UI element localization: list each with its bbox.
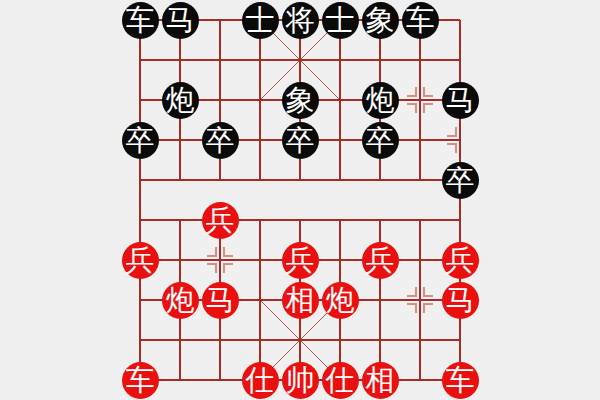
piece-red-elephant[interactable]: 相	[362, 362, 399, 399]
piece-black-advisor[interactable]: 士	[242, 2, 279, 39]
piece-black-elephant[interactable]: 象	[282, 82, 319, 119]
piece-red-elephant[interactable]: 相	[282, 282, 319, 319]
piece-red-advisor[interactable]: 仕	[242, 362, 279, 399]
piece-red-horse[interactable]: 马	[442, 282, 479, 319]
piece-black-soldier[interactable]: 卒	[202, 122, 239, 159]
xiangqi-board[interactable]: 车马士将士象车炮象炮马卒卒卒卒卒兵兵兵兵兵炮马相炮马车仕帅仕相车	[120, 0, 480, 400]
piece-black-soldier[interactable]: 卒	[442, 162, 479, 199]
piece-black-general[interactable]: 将	[282, 2, 319, 39]
piece-red-soldier[interactable]: 兵	[282, 242, 319, 279]
piece-red-soldier[interactable]: 兵	[362, 242, 399, 279]
piece-red-soldier[interactable]: 兵	[122, 242, 159, 279]
piece-black-advisor[interactable]: 士	[322, 2, 359, 39]
piece-black-horse[interactable]: 马	[442, 82, 479, 119]
piece-black-elephant[interactable]: 象	[362, 2, 399, 39]
piece-black-soldier[interactable]: 卒	[362, 122, 399, 159]
piece-black-soldier[interactable]: 卒	[122, 122, 159, 159]
piece-red-soldier[interactable]: 兵	[202, 202, 239, 239]
piece-black-soldier[interactable]: 卒	[282, 122, 319, 159]
piece-black-chariot[interactable]: 车	[122, 2, 159, 39]
piece-red-chariot[interactable]: 车	[442, 362, 479, 399]
xiangqi-app: 车马士将士象车炮象炮马卒卒卒卒卒兵兵兵兵兵炮马相炮马车仕帅仕相车	[0, 0, 600, 400]
piece-black-cannon[interactable]: 炮	[362, 82, 399, 119]
piece-black-cannon[interactable]: 炮	[162, 82, 199, 119]
piece-red-horse[interactable]: 马	[202, 282, 239, 319]
piece-red-cannon[interactable]: 炮	[322, 282, 359, 319]
piece-red-king[interactable]: 帅	[282, 362, 319, 399]
piece-red-advisor[interactable]: 仕	[322, 362, 359, 399]
piece-red-chariot[interactable]: 车	[122, 362, 159, 399]
piece-black-chariot[interactable]: 车	[402, 2, 439, 39]
piece-red-soldier[interactable]: 兵	[442, 242, 479, 279]
piece-black-horse[interactable]: 马	[162, 2, 199, 39]
piece-red-cannon[interactable]: 炮	[162, 282, 199, 319]
